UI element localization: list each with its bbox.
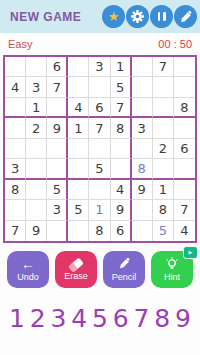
- pencil-label: Pencil: [112, 272, 137, 282]
- cell-r7c5[interactable]: [89, 180, 110, 200]
- numpad-4[interactable]: 4: [71, 304, 87, 333]
- cell-r9c2[interactable]: 9: [26, 221, 47, 241]
- cell-r8c7[interactable]: [132, 200, 153, 220]
- cell-r8c9[interactable]: 7: [174, 200, 195, 220]
- hint-label: Hint: [164, 272, 180, 282]
- cell-r6c1[interactable]: 3: [5, 159, 26, 179]
- cell-r9c8[interactable]: 5: [153, 221, 174, 241]
- cell-r4c2[interactable]: 2: [26, 118, 47, 138]
- erase-button[interactable]: Erase: [55, 251, 97, 288]
- cell-r4c6[interactable]: 8: [111, 118, 132, 138]
- pause-icon: [158, 12, 166, 21]
- numpad-5[interactable]: 5: [92, 304, 108, 333]
- info-bar: Easy 00 : 50: [0, 33, 200, 53]
- cell-r1c2[interactable]: [26, 57, 47, 77]
- cell-r3c6[interactable]: 7: [111, 98, 132, 118]
- cell-r1c9[interactable]: [174, 57, 195, 77]
- action-buttons: ← Undo Erase Pencil Hint: [0, 251, 200, 288]
- cell-r8c5[interactable]: 1: [89, 200, 110, 220]
- cell-r2c9[interactable]: [174, 77, 195, 97]
- cell-r8c3[interactable]: 3: [47, 200, 68, 220]
- cell-r9c5[interactable]: 8: [89, 221, 110, 241]
- cell-r3c7[interactable]: [132, 98, 153, 118]
- erase-label: Erase: [64, 271, 88, 281]
- cell-r3c2[interactable]: 1: [26, 98, 47, 118]
- cell-r5c7[interactable]: [132, 139, 153, 159]
- cell-r8c4[interactable]: 5: [68, 200, 89, 220]
- cell-r4c5[interactable]: 7: [89, 118, 110, 138]
- pencil-icon: [179, 10, 193, 24]
- cell-r2c5[interactable]: [89, 77, 110, 97]
- numpad-7[interactable]: 7: [134, 304, 150, 333]
- cell-r4c8[interactable]: [153, 118, 174, 138]
- cell-r7c4[interactable]: [68, 180, 89, 200]
- cell-r1c3[interactable]: 6: [47, 57, 68, 77]
- cell-r2c4[interactable]: [68, 77, 89, 97]
- cell-r5c1[interactable]: [5, 139, 26, 159]
- cell-r1c5[interactable]: 3: [89, 57, 110, 77]
- cell-r9c4[interactable]: [68, 221, 89, 241]
- cell-r7c7[interactable]: 9: [132, 180, 153, 200]
- hint-button[interactable]: Hint ▶: [151, 251, 193, 288]
- star-icon: ★: [108, 10, 120, 23]
- cell-r7c9[interactable]: [174, 180, 195, 200]
- undo-button[interactable]: ← Undo: [7, 251, 49, 288]
- cell-r3c5[interactable]: 6: [89, 98, 110, 118]
- cell-r6c8[interactable]: [153, 159, 174, 179]
- cell-r4c7[interactable]: 3: [132, 118, 153, 138]
- sudoku-board: 6317437514678291783263588549135198779865…: [3, 55, 197, 243]
- pencil-button[interactable]: Pencil: [103, 251, 145, 288]
- cell-r3c1[interactable]: [5, 98, 26, 118]
- cell-r2c6[interactable]: 5: [111, 77, 132, 97]
- gear-icon: [130, 9, 145, 24]
- cell-r6c7[interactable]: 8: [132, 159, 153, 179]
- cell-r3c4[interactable]: 4: [68, 98, 89, 118]
- cell-r5c5[interactable]: [89, 139, 110, 159]
- numpad-3[interactable]: 3: [51, 304, 67, 333]
- cell-r8c2[interactable]: [26, 200, 47, 220]
- cell-r7c1[interactable]: 8: [5, 180, 26, 200]
- lightbulb-icon: [165, 257, 179, 270]
- numpad-6[interactable]: 6: [113, 304, 129, 333]
- settings-button[interactable]: [126, 5, 149, 28]
- cell-r6c5[interactable]: 5: [89, 159, 110, 179]
- number-pad: 1 2 3 4 5 6 7 8 9: [0, 304, 200, 333]
- cell-r8c1[interactable]: [5, 200, 26, 220]
- cell-r7c2[interactable]: [26, 180, 47, 200]
- timer: 00 : 50: [158, 38, 192, 50]
- cell-r9c7[interactable]: [132, 221, 153, 241]
- cell-r5c6[interactable]: [111, 139, 132, 159]
- undo-label: Undo: [17, 272, 39, 282]
- video-ad-icon: ▶: [183, 246, 198, 259]
- cell-r4c4[interactable]: 1: [68, 118, 89, 138]
- cell-r5c8[interactable]: 2: [153, 139, 174, 159]
- cell-r6c3[interactable]: [47, 159, 68, 179]
- cell-r7c6[interactable]: 4: [111, 180, 132, 200]
- cell-r8c8[interactable]: 8: [153, 200, 174, 220]
- pause-button[interactable]: [150, 5, 173, 28]
- cell-r2c8[interactable]: [153, 77, 174, 97]
- cell-r4c9[interactable]: [174, 118, 195, 138]
- cell-r1c7[interactable]: [132, 57, 153, 77]
- numpad-2[interactable]: 2: [30, 304, 46, 333]
- cell-r2c2[interactable]: 3: [26, 77, 47, 97]
- cell-r5c4[interactable]: [68, 139, 89, 159]
- cell-r5c9[interactable]: 6: [174, 139, 195, 159]
- cell-r4c3[interactable]: 9: [47, 118, 68, 138]
- cell-r3c3[interactable]: [47, 98, 68, 118]
- cell-r3c8[interactable]: [153, 98, 174, 118]
- cell-r1c8[interactable]: 7: [153, 57, 174, 77]
- cell-r8c6[interactable]: 9: [111, 200, 132, 220]
- top-bar-buttons: ★: [102, 5, 197, 28]
- undo-arrow-icon: ←: [21, 258, 35, 270]
- rate-button[interactable]: ★: [102, 5, 125, 28]
- cell-r7c8[interactable]: 1: [153, 180, 174, 200]
- cell-r6c6[interactable]: [111, 159, 132, 179]
- top-bar: NEW GAME ★: [0, 0, 200, 33]
- numpad-1[interactable]: 1: [9, 304, 25, 333]
- cell-r5c3[interactable]: [47, 139, 68, 159]
- numpad-9[interactable]: 9: [175, 304, 191, 333]
- cell-r1c6[interactable]: 1: [111, 57, 132, 77]
- cell-r6c4[interactable]: [68, 159, 89, 179]
- cell-r1c1[interactable]: [5, 57, 26, 77]
- cell-r4c1[interactable]: [5, 118, 26, 138]
- pencil-icon: [118, 257, 131, 270]
- cell-r7c3[interactable]: 5: [47, 180, 68, 200]
- cell-r9c1[interactable]: 7: [5, 221, 26, 241]
- cell-r2c3[interactable]: 7: [47, 77, 68, 97]
- cell-r9c9[interactable]: 4: [174, 221, 195, 241]
- cell-r6c2[interactable]: [26, 159, 47, 179]
- difficulty-label: Easy: [8, 38, 32, 50]
- page-title: NEW GAME: [10, 10, 102, 24]
- numpad-8[interactable]: 8: [154, 304, 170, 333]
- sudoku-app: NEW GAME ★: [0, 0, 200, 355]
- cell-r9c6[interactable]: 6: [111, 221, 132, 241]
- cell-r3c9[interactable]: 8: [174, 98, 195, 118]
- cell-r6c9[interactable]: [174, 159, 195, 179]
- cell-r2c7[interactable]: [132, 77, 153, 97]
- cell-r5c2[interactable]: [26, 139, 47, 159]
- cell-r1c4[interactable]: [68, 57, 89, 77]
- cell-r9c3[interactable]: [47, 221, 68, 241]
- cell-r2c1[interactable]: 4: [5, 77, 26, 97]
- theme-button[interactable]: [174, 5, 197, 28]
